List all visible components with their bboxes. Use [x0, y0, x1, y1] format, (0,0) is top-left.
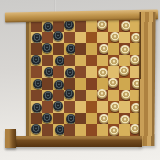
light-piece[interactable] [121, 90, 131, 100]
square-a3[interactable] [31, 101, 42, 113]
square-d7[interactable] [64, 55, 75, 67]
board-right-rail [138, 12, 155, 146]
square-i8[interactable] [119, 43, 130, 55]
square-i5[interactable] [119, 78, 130, 90]
square-e4[interactable] [75, 90, 86, 102]
square-d6[interactable] [64, 66, 75, 78]
light-piece[interactable] [97, 20, 107, 30]
square-i3[interactable] [119, 101, 130, 113]
checkers-set-photo [0, 0, 160, 160]
square-g10[interactable] [97, 20, 108, 32]
light-piece[interactable] [121, 21, 131, 31]
square-i4[interactable] [119, 90, 130, 102]
square-a5[interactable] [31, 78, 42, 90]
square-i2[interactable] [119, 113, 130, 125]
square-i6[interactable] [119, 66, 130, 78]
square-h9[interactable] [108, 32, 119, 44]
dark-piece[interactable] [43, 22, 53, 32]
square-c10[interactable] [53, 20, 64, 32]
dark-piece[interactable] [54, 80, 64, 90]
square-a4[interactable] [31, 90, 42, 102]
square-b6[interactable] [42, 66, 53, 78]
square-d4[interactable] [64, 90, 75, 102]
dark-piece[interactable] [32, 103, 42, 113]
square-e7[interactable] [75, 55, 86, 67]
square-d2[interactable] [64, 113, 75, 125]
dark-piece[interactable] [43, 91, 53, 101]
square-b8[interactable] [42, 43, 53, 55]
square-b1[interactable] [42, 124, 53, 136]
dark-piece[interactable] [53, 31, 63, 41]
square-h7[interactable] [108, 55, 119, 67]
square-c6[interactable] [53, 66, 64, 78]
square-e5[interactable] [75, 78, 86, 90]
square-e3[interactable] [75, 101, 86, 113]
square-d8[interactable] [64, 43, 75, 55]
square-i9[interactable] [119, 32, 130, 44]
dark-piece[interactable] [31, 55, 41, 65]
square-g3[interactable] [97, 101, 108, 113]
light-piece[interactable] [99, 114, 109, 124]
square-e1[interactable] [75, 124, 86, 136]
square-f1[interactable] [86, 124, 97, 136]
square-g4[interactable] [97, 90, 108, 102]
square-g8[interactable] [97, 43, 108, 55]
dark-piece[interactable] [42, 43, 52, 53]
square-e9[interactable] [75, 32, 86, 44]
dark-piece[interactable] [55, 56, 65, 66]
dark-piece[interactable] [64, 89, 74, 99]
square-g6[interactable] [97, 66, 108, 78]
square-b5[interactable] [42, 78, 53, 90]
square-a6[interactable] [31, 66, 42, 78]
square-h3[interactable] [108, 101, 119, 113]
dark-piece[interactable] [55, 125, 65, 135]
dark-piece[interactable] [33, 79, 43, 89]
square-a1[interactable] [31, 124, 42, 136]
square-h10[interactable] [108, 20, 119, 32]
square-e8[interactable] [75, 43, 86, 55]
square-b4[interactable] [42, 90, 53, 102]
dark-piece[interactable] [66, 44, 76, 54]
light-piece[interactable] [120, 115, 130, 125]
light-piece[interactable] [130, 55, 140, 65]
square-d9[interactable] [64, 32, 75, 44]
square-d1[interactable] [64, 124, 75, 136]
dark-piece[interactable] [66, 114, 76, 124]
square-f3[interactable] [86, 101, 97, 113]
square-i10[interactable] [119, 20, 130, 32]
dark-piece[interactable] [32, 33, 42, 43]
square-d10[interactable] [64, 20, 75, 32]
dark-piece[interactable] [65, 68, 75, 78]
square-c2[interactable] [53, 113, 64, 125]
square-f6[interactable] [86, 66, 97, 78]
light-piece[interactable] [110, 102, 120, 112]
square-a2[interactable] [31, 113, 42, 125]
dark-piece[interactable] [42, 113, 52, 123]
square-h1[interactable] [108, 124, 119, 136]
square-f4[interactable] [86, 90, 97, 102]
checkers-board [31, 20, 141, 136]
square-h2[interactable] [108, 113, 119, 125]
square-e6[interactable] [75, 66, 86, 78]
square-i7[interactable] [119, 55, 130, 67]
light-piece[interactable] [119, 66, 129, 76]
square-a9[interactable] [31, 32, 42, 44]
square-a7[interactable] [31, 55, 42, 67]
square-d3[interactable] [64, 101, 75, 113]
square-f8[interactable] [86, 43, 97, 55]
square-e2[interactable] [75, 113, 86, 125]
square-c8[interactable] [53, 43, 64, 55]
light-piece[interactable] [98, 68, 108, 78]
square-h5[interactable] [108, 78, 119, 90]
light-piece[interactable] [109, 126, 119, 136]
square-d5[interactable] [64, 78, 75, 90]
square-g5[interactable] [97, 78, 108, 90]
dark-piece[interactable] [44, 67, 54, 77]
square-b3[interactable] [42, 101, 53, 113]
dark-piece[interactable] [53, 101, 63, 111]
square-c5[interactable] [53, 78, 64, 90]
square-h4[interactable] [108, 90, 119, 102]
square-c9[interactable] [53, 32, 64, 44]
square-h8[interactable] [108, 43, 119, 55]
light-piece[interactable] [109, 57, 119, 67]
square-g7[interactable] [97, 55, 108, 67]
square-g1[interactable] [97, 124, 108, 136]
square-i1[interactable] [119, 124, 130, 136]
square-h6[interactable] [108, 66, 119, 78]
square-c3[interactable] [53, 101, 64, 113]
square-b9[interactable] [42, 32, 53, 44]
light-piece[interactable] [99, 44, 109, 54]
square-f2[interactable] [86, 113, 97, 125]
square-g9[interactable] [97, 32, 108, 44]
square-f9[interactable] [86, 32, 97, 44]
light-piece[interactable] [120, 45, 130, 55]
square-f7[interactable] [86, 55, 97, 67]
square-a8[interactable] [31, 43, 42, 55]
light-piece[interactable] [97, 89, 107, 99]
dark-piece[interactable] [31, 124, 41, 134]
square-e10[interactable] [75, 20, 86, 32]
square-g2[interactable] [97, 113, 108, 125]
board-bottom-rail [6, 136, 142, 147]
square-c7[interactable] [53, 55, 64, 67]
square-b7[interactable] [42, 55, 53, 67]
square-f10[interactable] [86, 20, 97, 32]
square-c4[interactable] [53, 90, 64, 102]
square-f5[interactable] [86, 78, 97, 90]
square-c1[interactable] [53, 124, 64, 136]
light-piece[interactable] [110, 32, 120, 42]
square-b10[interactable] [42, 20, 53, 32]
board-bottom-left-post [5, 129, 16, 148]
light-piece[interactable] [108, 78, 118, 88]
square-b2[interactable] [42, 113, 53, 125]
